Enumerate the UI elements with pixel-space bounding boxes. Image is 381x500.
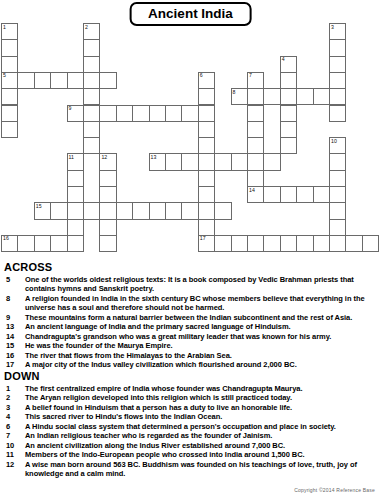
- grid-cell[interactable]: [67, 170, 84, 187]
- grid-cell[interactable]: [34, 72, 51, 89]
- clue-number: 9: [4, 313, 25, 322]
- grid-cell[interactable]: 8: [231, 88, 248, 105]
- clue-number: 1: [4, 384, 25, 393]
- across-clue-13: 13An ancient language of India and the p…: [4, 322, 378, 331]
- grid-cell[interactable]: [329, 39, 346, 56]
- grid-cell[interactable]: [247, 235, 264, 252]
- grid-cell[interactable]: 11: [67, 153, 84, 170]
- grid-cell[interactable]: [198, 170, 215, 187]
- worksheet-page: { "game": "crossword", "header": { "titl…: [0, 0, 381, 500]
- grid-cell[interactable]: 9: [67, 105, 84, 122]
- grid-cell[interactable]: [329, 186, 346, 203]
- grid-cell[interactable]: [214, 153, 231, 170]
- clue-number: 6: [4, 422, 25, 431]
- clue-text: A belief found in Hinduism that a person…: [25, 403, 378, 412]
- grid-cell[interactable]: [345, 235, 362, 252]
- clue-text: He was the founder of the Maurya Empire.: [25, 341, 378, 350]
- grid-cell[interactable]: [247, 170, 264, 187]
- clue-number: 10: [4, 441, 25, 450]
- cell-number: 12: [100, 154, 115, 160]
- clue-number: 8: [4, 294, 25, 313]
- grid-cell[interactable]: [280, 105, 297, 122]
- grid-cell[interactable]: [83, 202, 100, 219]
- down-clue-7: 7An Indian religious teacher who is rega…: [4, 431, 378, 440]
- grid-cell[interactable]: [83, 137, 100, 154]
- grid-cell[interactable]: [99, 170, 116, 187]
- grid-cell[interactable]: [329, 88, 346, 105]
- across-clue-list: 5One of the worlds oldest religious text…: [4, 275, 378, 370]
- grid-cell[interactable]: [280, 88, 297, 105]
- clue-text: This sacred river to Hindu's flows into …: [25, 412, 378, 421]
- grid-cell[interactable]: 16: [1, 235, 18, 252]
- cell-number: 4: [281, 57, 296, 63]
- grid-cell[interactable]: 14: [247, 186, 264, 203]
- across-clue-9: 9These mountains form a natural barrier …: [4, 313, 378, 322]
- clue-number: 3: [4, 403, 25, 412]
- grid-cell[interactable]: [198, 137, 215, 154]
- grid-cell[interactable]: 13: [149, 153, 166, 170]
- grid-cell[interactable]: [263, 88, 280, 105]
- grid-cell[interactable]: [313, 88, 330, 105]
- grid-cell[interactable]: [263, 153, 280, 170]
- grid-cell[interactable]: 2: [83, 23, 100, 40]
- grid-cell[interactable]: [1, 121, 18, 138]
- down-clues-section: DOWN 1The first centralized empire of In…: [4, 371, 378, 479]
- clue-text: An Indian religious teacher who is regar…: [25, 431, 378, 440]
- across-clue-16: 16The river that flows from the Himalaya…: [4, 351, 378, 360]
- grid-cell[interactable]: [99, 72, 116, 89]
- grid-cell[interactable]: 17: [198, 235, 215, 252]
- cell-number: 5: [2, 73, 17, 79]
- grid-cell[interactable]: [329, 219, 346, 236]
- down-clue-10: 10An ancient civilization along the Indu…: [4, 441, 378, 450]
- cell-number: 13: [150, 154, 165, 160]
- grid-cell[interactable]: 12: [99, 153, 116, 170]
- clue-text: Members of the Indo-European people who …: [25, 450, 378, 459]
- grid-cell[interactable]: [280, 72, 297, 89]
- grid-cell[interactable]: [280, 235, 297, 252]
- grid-cell[interactable]: [1, 88, 18, 105]
- grid-cell[interactable]: [132, 202, 149, 219]
- down-clue-6: 6A Hindu social class system that determ…: [4, 422, 378, 431]
- down-clue-4: 4This sacred river to Hindu's flows into…: [4, 412, 378, 421]
- grid-cell[interactable]: [83, 121, 100, 138]
- grid-cell[interactable]: 5: [1, 72, 18, 89]
- grid-cell[interactable]: [329, 170, 346, 187]
- puzzle-title: Ancient India: [129, 2, 252, 26]
- cell-number: 6: [199, 73, 214, 79]
- grid-cell[interactable]: [263, 235, 280, 252]
- grid-cell[interactable]: [165, 202, 182, 219]
- copyright-text: Copyright ©2014 Reference Base: [294, 487, 375, 493]
- grid-cell[interactable]: [1, 39, 18, 56]
- down-clue-1: 1The first centralized empire of India w…: [4, 384, 378, 393]
- grid-cell[interactable]: [296, 186, 313, 203]
- cell-number: 10: [330, 138, 345, 144]
- clue-number: 12: [4, 460, 25, 479]
- grid-cell[interactable]: [231, 235, 248, 252]
- grid-cell[interactable]: [231, 153, 248, 170]
- grid-cell[interactable]: [99, 202, 116, 219]
- grid-cell[interactable]: [313, 186, 330, 203]
- grid-cell[interactable]: [280, 137, 297, 154]
- grid-cell[interactable]: 4: [280, 56, 297, 73]
- across-header: ACROSS: [4, 262, 378, 273]
- clue-text: An ancient language of India and the pri…: [25, 322, 378, 331]
- grid-cell[interactable]: [165, 105, 182, 122]
- grid-cell[interactable]: [83, 72, 100, 89]
- grid-cell[interactable]: 3: [329, 23, 346, 40]
- down-clue-2: 2The Aryan religion developed into this …: [4, 393, 378, 402]
- grid-cell[interactable]: 15: [34, 202, 51, 219]
- grid-cell[interactable]: [263, 186, 280, 203]
- grid-cell[interactable]: [67, 72, 84, 89]
- grid-cell[interactable]: [50, 202, 67, 219]
- clue-text: A Hindu social class system that determi…: [25, 422, 378, 431]
- grid-cell[interactable]: [181, 202, 198, 219]
- down-clue-11: 11Members of the Indo-European people wh…: [4, 450, 378, 459]
- clue-text: The river that flows from the Himalayas …: [25, 351, 378, 360]
- grid-cell[interactable]: [181, 153, 198, 170]
- grid-cell[interactable]: 10: [329, 137, 346, 154]
- cell-number: 2: [84, 24, 99, 30]
- grid-cell[interactable]: [83, 56, 100, 73]
- grid-cell[interactable]: [165, 153, 182, 170]
- clue-text: One of the worlds oldest religious texts…: [25, 275, 378, 294]
- grid-cell[interactable]: [198, 121, 215, 138]
- grid-cell[interactable]: [198, 153, 215, 170]
- grid-cell[interactable]: [99, 235, 116, 252]
- down-clue-3: 3A belief found in Hinduism that a perso…: [4, 403, 378, 412]
- clue-number: 11: [4, 450, 25, 459]
- across-clue-8: 8A religion founded in India in the sixt…: [4, 294, 378, 313]
- grid-cell[interactable]: 1: [1, 23, 18, 40]
- grid-cell[interactable]: [67, 186, 84, 203]
- down-clue-12: 12A wise man born around 563 BC. Buddhis…: [4, 460, 378, 479]
- down-header: DOWN: [4, 371, 378, 382]
- clue-text: A religion founded in India in the sixth…: [25, 294, 378, 313]
- grid-cell[interactable]: [313, 235, 330, 252]
- cell-number: 14: [248, 187, 263, 193]
- grid-cell[interactable]: [149, 105, 166, 122]
- grid-cell[interactable]: [247, 153, 264, 170]
- grid-cell[interactable]: [329, 56, 346, 73]
- cell-number: 3: [330, 24, 345, 30]
- clue-number: 17: [4, 360, 25, 369]
- down-clue-list: 1The first centralized empire of India w…: [4, 384, 378, 479]
- grid-cell[interactable]: [34, 235, 51, 252]
- grid-cell[interactable]: [116, 202, 133, 219]
- grid-cell[interactable]: [1, 56, 18, 73]
- grid-cell[interactable]: [132, 105, 149, 122]
- grid-cell[interactable]: [329, 235, 346, 252]
- cell-number: 8: [232, 89, 247, 95]
- grid-cell[interactable]: [116, 105, 133, 122]
- clue-text: A wise man born around 563 BC. Buddhism …: [25, 460, 378, 479]
- clue-text: The first centralized empire of India wh…: [25, 384, 378, 393]
- cell-number: 11: [68, 154, 83, 160]
- grid-cell[interactable]: [198, 88, 215, 105]
- grid-cell[interactable]: [198, 105, 215, 122]
- grid-cell[interactable]: [214, 235, 231, 252]
- grid-cell[interactable]: [50, 72, 67, 89]
- across-clue-5: 5One of the worlds oldest religious text…: [4, 275, 378, 294]
- cell-number: 9: [68, 106, 83, 112]
- grid-cell[interactable]: [83, 39, 100, 56]
- across-clue-15: 15He was the founder of the Maurya Empir…: [4, 341, 378, 350]
- across-clue-14: 14Chandragupta's grandson who was a grea…: [4, 332, 378, 341]
- grid-cell[interactable]: [83, 105, 100, 122]
- cell-number: 16: [2, 236, 17, 242]
- clue-text: The Aryan religion developed into this r…: [25, 393, 378, 402]
- across-clues-section: ACROSS 5One of the worlds oldest religio…: [4, 262, 378, 370]
- grid-cell[interactable]: [99, 105, 116, 122]
- grid-cell[interactable]: [329, 153, 346, 170]
- grid-cell[interactable]: [99, 186, 116, 203]
- grid-cell[interactable]: 7: [247, 72, 264, 89]
- grid-cell[interactable]: [214, 202, 231, 219]
- grid-cell[interactable]: [149, 202, 166, 219]
- grid-cell[interactable]: [296, 88, 313, 105]
- clue-number: 7: [4, 431, 25, 440]
- grid-cell[interactable]: [296, 235, 313, 252]
- grid-cell[interactable]: [280, 121, 297, 138]
- grid-cell[interactable]: [17, 235, 34, 252]
- grid-cell[interactable]: [50, 235, 67, 252]
- cell-number: 1: [2, 24, 17, 30]
- cell-number: 15: [35, 203, 50, 209]
- grid-cell[interactable]: [280, 186, 297, 203]
- cell-number: 17: [199, 236, 214, 242]
- across-clue-17: 17A major city of the Indus valley civil…: [4, 360, 378, 369]
- clue-text: A major city of the Indus valley civiliz…: [25, 360, 378, 369]
- clue-number: 13: [4, 322, 25, 331]
- grid-cell[interactable]: [247, 105, 264, 122]
- grid-cell[interactable]: [83, 88, 100, 105]
- grid-cell[interactable]: [198, 219, 215, 236]
- grid-cell[interactable]: [247, 121, 264, 138]
- grid-cell[interactable]: [362, 235, 379, 252]
- grid-cell[interactable]: [329, 72, 346, 89]
- clue-number: 4: [4, 412, 25, 421]
- clue-number: 2: [4, 393, 25, 402]
- clue-text: Chandragupta's grandson who was a great …: [25, 332, 378, 341]
- grid-cell[interactable]: 6: [198, 72, 215, 89]
- clue-text: An ancient civilization along the Indus …: [25, 441, 378, 450]
- clue-text: These mountains form a natural barrier b…: [25, 313, 378, 322]
- clue-number: 16: [4, 351, 25, 360]
- grid-cell[interactable]: [181, 105, 198, 122]
- clue-number: 5: [4, 275, 25, 294]
- grid-cell[interactable]: [247, 88, 264, 105]
- grid-cell[interactable]: [329, 202, 346, 219]
- grid-cell[interactable]: [198, 186, 215, 203]
- clue-number: 14: [4, 332, 25, 341]
- clue-number: 15: [4, 341, 25, 350]
- grid-cell[interactable]: [67, 219, 84, 236]
- grid-cell[interactable]: [67, 235, 84, 252]
- grid-cell[interactable]: [67, 202, 84, 219]
- grid-cell[interactable]: [198, 202, 215, 219]
- grid-cell[interactable]: [99, 219, 116, 236]
- grid-cell[interactable]: [17, 72, 34, 89]
- grid-cell[interactable]: [329, 105, 346, 122]
- grid-cell[interactable]: [247, 137, 264, 154]
- cell-number: 7: [248, 73, 263, 79]
- grid-cell[interactable]: [1, 105, 18, 122]
